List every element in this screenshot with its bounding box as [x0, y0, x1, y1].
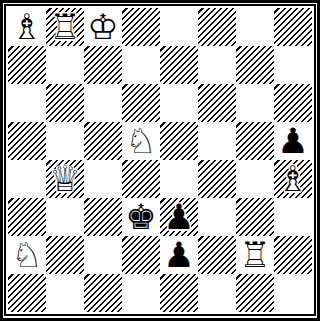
- square-d5[interactable]: ♞♘: [122, 122, 160, 160]
- square-h4[interactable]: ♝♗: [274, 160, 312, 198]
- square-e3[interactable]: ♟: [160, 198, 198, 236]
- square-a2[interactable]: ♞♘: [8, 236, 46, 274]
- square-h5[interactable]: ♟: [274, 122, 312, 160]
- board-inner-frame: ♝♗♜♖♚♔♞♘♟♛♕♝♗♚♟♞♘♟♜♖: [4, 4, 316, 316]
- square-e5[interactable]: [160, 122, 198, 160]
- square-a3[interactable]: [8, 198, 46, 236]
- square-h7[interactable]: [274, 46, 312, 84]
- piece-outline-layer: ♖: [46, 8, 84, 46]
- piece-outline-layer: ♖: [236, 236, 274, 274]
- square-b4[interactable]: ♛♕: [46, 160, 84, 198]
- square-d8[interactable]: [122, 8, 160, 46]
- square-f4[interactable]: [198, 160, 236, 198]
- square-f6[interactable]: [198, 84, 236, 122]
- square-d1[interactable]: [122, 274, 160, 312]
- piece-outline-layer: ♗: [8, 8, 46, 46]
- white-king-c8[interactable]: ♚♔: [84, 8, 122, 46]
- piece-outline-layer: ♗: [274, 160, 312, 198]
- square-c4[interactable]: [84, 160, 122, 198]
- white-rook-g2[interactable]: ♜♖: [236, 236, 274, 274]
- square-b2[interactable]: [46, 236, 84, 274]
- square-h8[interactable]: [274, 8, 312, 46]
- square-f3[interactable]: [198, 198, 236, 236]
- square-b8[interactable]: ♜♖: [46, 8, 84, 46]
- piece-outline-layer: ♘: [122, 122, 160, 160]
- square-g5[interactable]: [236, 122, 274, 160]
- white-knight-a2[interactable]: ♞♘: [8, 236, 46, 274]
- square-f7[interactable]: [198, 46, 236, 84]
- square-g1[interactable]: [236, 274, 274, 312]
- white-knight-d5[interactable]: ♞♘: [122, 122, 160, 160]
- square-h2[interactable]: [274, 236, 312, 274]
- square-d4[interactable]: [122, 160, 160, 198]
- white-rook-b8[interactable]: ♜♖: [46, 8, 84, 46]
- square-b7[interactable]: [46, 46, 84, 84]
- square-c2[interactable]: [84, 236, 122, 274]
- piece-outline-layer: ♔: [84, 8, 122, 46]
- square-c3[interactable]: [84, 198, 122, 236]
- square-e4[interactable]: [160, 160, 198, 198]
- square-g4[interactable]: [236, 160, 274, 198]
- square-a1[interactable]: [8, 274, 46, 312]
- square-d3[interactable]: ♚: [122, 198, 160, 236]
- square-h3[interactable]: [274, 198, 312, 236]
- black-king-d3[interactable]: ♚: [122, 198, 160, 236]
- white-bishop-h4[interactable]: ♝♗: [274, 160, 312, 198]
- square-d7[interactable]: [122, 46, 160, 84]
- square-e8[interactable]: [160, 8, 198, 46]
- piece-glyph: ♚: [122, 198, 160, 236]
- square-e7[interactable]: [160, 46, 198, 84]
- square-g7[interactable]: [236, 46, 274, 84]
- square-f2[interactable]: [198, 236, 236, 274]
- board-frame: ♝♗♜♖♚♔♞♘♟♛♕♝♗♚♟♞♘♟♜♖: [0, 0, 320, 321]
- square-g2[interactable]: ♜♖: [236, 236, 274, 274]
- square-c1[interactable]: [84, 274, 122, 312]
- square-e2[interactable]: ♟: [160, 236, 198, 274]
- square-e1[interactable]: [160, 274, 198, 312]
- square-c8[interactable]: ♚♔: [84, 8, 122, 46]
- square-b3[interactable]: [46, 198, 84, 236]
- black-pawn-e2[interactable]: ♟: [160, 236, 198, 274]
- piece-outline-layer: ♕: [46, 160, 84, 198]
- square-a4[interactable]: [8, 160, 46, 198]
- square-a7[interactable]: [8, 46, 46, 84]
- white-bishop-a8[interactable]: ♝♗: [8, 8, 46, 46]
- piece-glyph: ♟: [274, 122, 312, 160]
- square-a8[interactable]: ♝♗: [8, 8, 46, 46]
- chess-board: ♝♗♜♖♚♔♞♘♟♛♕♝♗♚♟♞♘♟♜♖: [8, 8, 312, 312]
- square-g3[interactable]: [236, 198, 274, 236]
- square-g6[interactable]: [236, 84, 274, 122]
- piece-glyph: ♟: [160, 198, 198, 236]
- square-b1[interactable]: [46, 274, 84, 312]
- square-b5[interactable]: [46, 122, 84, 160]
- square-h6[interactable]: [274, 84, 312, 122]
- square-c6[interactable]: [84, 84, 122, 122]
- square-f1[interactable]: [198, 274, 236, 312]
- square-f8[interactable]: [198, 8, 236, 46]
- black-pawn-e3[interactable]: ♟: [160, 198, 198, 236]
- square-h1[interactable]: [274, 274, 312, 312]
- square-g8[interactable]: [236, 8, 274, 46]
- square-c5[interactable]: [84, 122, 122, 160]
- square-d2[interactable]: [122, 236, 160, 274]
- square-a6[interactable]: [8, 84, 46, 122]
- square-e6[interactable]: [160, 84, 198, 122]
- square-a5[interactable]: [8, 122, 46, 160]
- square-c7[interactable]: [84, 46, 122, 84]
- square-b6[interactable]: [46, 84, 84, 122]
- black-pawn-h5[interactable]: ♟: [274, 122, 312, 160]
- piece-outline-layer: ♘: [8, 236, 46, 274]
- piece-glyph: ♟: [160, 236, 198, 274]
- square-d6[interactable]: [122, 84, 160, 122]
- white-queen-b4[interactable]: ♛♕: [46, 160, 84, 198]
- square-f5[interactable]: [198, 122, 236, 160]
